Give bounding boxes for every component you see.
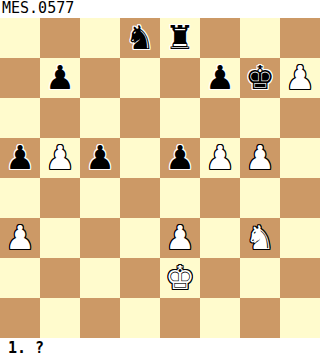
square-h7[interactable]: ♟ xyxy=(280,58,320,98)
square-e7[interactable] xyxy=(160,58,200,98)
square-e1[interactable] xyxy=(160,298,200,338)
square-b7[interactable]: ♟ xyxy=(40,58,80,98)
square-b5[interactable]: ♟ xyxy=(40,138,80,178)
square-a7[interactable] xyxy=(0,58,40,98)
square-c8[interactable] xyxy=(80,18,120,58)
square-f1[interactable] xyxy=(200,298,240,338)
square-g7[interactable]: ♚ xyxy=(240,58,280,98)
square-f4[interactable] xyxy=(200,178,240,218)
square-b3[interactable] xyxy=(40,218,80,258)
square-h5[interactable] xyxy=(280,138,320,178)
chess-board: ♞♜♟♟♚♟♟♟♟♟♟♟♟♟♞♚ xyxy=(0,18,320,338)
square-c5[interactable]: ♟ xyxy=(80,138,120,178)
square-f5[interactable]: ♟ xyxy=(200,138,240,178)
square-f2[interactable] xyxy=(200,258,240,298)
square-c2[interactable] xyxy=(80,258,120,298)
square-h3[interactable] xyxy=(280,218,320,258)
square-d3[interactable] xyxy=(120,218,160,258)
white-pawn: ♟ xyxy=(205,138,235,178)
square-d6[interactable] xyxy=(120,98,160,138)
chess-diagram-window: MES.0577 ♞♜♟♟♚♟♟♟♟♟♟♟♟♟♞♚ 1. ? xyxy=(0,0,320,360)
black-pawn: ♟ xyxy=(165,138,195,178)
square-h4[interactable] xyxy=(280,178,320,218)
square-f7[interactable]: ♟ xyxy=(200,58,240,98)
square-c7[interactable] xyxy=(80,58,120,98)
white-king: ♚ xyxy=(165,258,195,298)
square-a3[interactable]: ♟ xyxy=(0,218,40,258)
square-a1[interactable] xyxy=(0,298,40,338)
square-b2[interactable] xyxy=(40,258,80,298)
square-g2[interactable] xyxy=(240,258,280,298)
black-knight: ♞ xyxy=(125,18,155,58)
square-g8[interactable] xyxy=(240,18,280,58)
square-c6[interactable] xyxy=(80,98,120,138)
diagram-title: MES.0577 xyxy=(0,0,320,18)
square-c1[interactable] xyxy=(80,298,120,338)
square-d7[interactable] xyxy=(120,58,160,98)
square-a8[interactable] xyxy=(0,18,40,58)
square-f3[interactable] xyxy=(200,218,240,258)
black-pawn: ♟ xyxy=(205,58,235,98)
black-rook: ♜ xyxy=(165,18,195,58)
square-d8[interactable]: ♞ xyxy=(120,18,160,58)
square-a2[interactable] xyxy=(0,258,40,298)
square-c4[interactable] xyxy=(80,178,120,218)
square-e4[interactable] xyxy=(160,178,200,218)
square-a5[interactable]: ♟ xyxy=(0,138,40,178)
square-b6[interactable] xyxy=(40,98,80,138)
square-e2[interactable]: ♚ xyxy=(160,258,200,298)
black-pawn: ♟ xyxy=(85,138,115,178)
square-d1[interactable] xyxy=(120,298,160,338)
square-h1[interactable] xyxy=(280,298,320,338)
white-pawn: ♟ xyxy=(245,138,275,178)
white-pawn: ♟ xyxy=(165,218,195,258)
square-e6[interactable] xyxy=(160,98,200,138)
square-f6[interactable] xyxy=(200,98,240,138)
square-a4[interactable] xyxy=(0,178,40,218)
square-g1[interactable] xyxy=(240,298,280,338)
square-a6[interactable] xyxy=(0,98,40,138)
square-h2[interactable] xyxy=(280,258,320,298)
square-h6[interactable] xyxy=(280,98,320,138)
square-e5[interactable]: ♟ xyxy=(160,138,200,178)
white-pawn: ♟ xyxy=(45,138,75,178)
square-d2[interactable] xyxy=(120,258,160,298)
square-g4[interactable] xyxy=(240,178,280,218)
square-c3[interactable] xyxy=(80,218,120,258)
black-pawn: ♟ xyxy=(5,138,35,178)
move-prompt: 1. ? xyxy=(0,338,320,360)
square-e8[interactable]: ♜ xyxy=(160,18,200,58)
square-b1[interactable] xyxy=(40,298,80,338)
square-d4[interactable] xyxy=(120,178,160,218)
square-g3[interactable]: ♞ xyxy=(240,218,280,258)
square-e3[interactable]: ♟ xyxy=(160,218,200,258)
square-g5[interactable]: ♟ xyxy=(240,138,280,178)
square-g6[interactable] xyxy=(240,98,280,138)
square-f8[interactable] xyxy=(200,18,240,58)
square-b8[interactable] xyxy=(40,18,80,58)
square-d5[interactable] xyxy=(120,138,160,178)
square-h8[interactable] xyxy=(280,18,320,58)
white-pawn: ♟ xyxy=(285,58,315,98)
square-b4[interactable] xyxy=(40,178,80,218)
black-pawn: ♟ xyxy=(45,58,75,98)
white-pawn: ♟ xyxy=(5,218,35,258)
black-king: ♚ xyxy=(245,58,275,98)
white-knight: ♞ xyxy=(245,218,275,258)
